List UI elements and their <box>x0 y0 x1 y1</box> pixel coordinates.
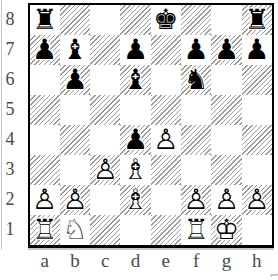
square-c7 <box>90 35 120 65</box>
piece-glyph: ♟ <box>30 35 60 65</box>
piece-glyph: ♟ <box>242 35 272 65</box>
square-d1 <box>120 215 150 245</box>
square-d8 <box>120 5 150 35</box>
chess-board: ♜♜♚♚♜♜♟♟♝♝♟♟♟♟♟♟♟♟♟♟♝♝♞♞♟♟♟♙♟♙♝♗♟♙♟♙♝♗♟♙… <box>28 3 274 248</box>
square-a7: ♟♟ <box>30 35 60 65</box>
piece-glyph: ♟ <box>181 35 211 65</box>
piece-glyph: ♗ <box>120 185 150 215</box>
square-f3 <box>181 155 211 185</box>
piece-glyph: ♔ <box>211 215 241 245</box>
piece-white-rook: ♜♖ <box>30 215 60 245</box>
piece-white-pawn: ♟♙ <box>90 155 120 185</box>
square-h1 <box>242 215 272 245</box>
piece-glyph: ♙ <box>60 185 90 215</box>
file-label-c: c <box>90 246 120 276</box>
file-label-d: d <box>120 246 150 276</box>
square-d6: ♝♝ <box>120 65 150 95</box>
piece-black-bishop: ♝♝ <box>60 35 90 65</box>
file-label-f: f <box>181 246 211 276</box>
file-label-g: g <box>211 246 241 276</box>
square-f1: ♜♖ <box>181 215 211 245</box>
piece-glyph: ♙ <box>151 125 181 155</box>
piece-white-pawn: ♟♙ <box>181 185 211 215</box>
square-e2 <box>151 185 181 215</box>
square-f5 <box>181 95 211 125</box>
square-h6 <box>242 65 272 95</box>
file-labels: abcdefgh <box>30 246 272 276</box>
piece-white-knight: ♞♘ <box>60 215 90 245</box>
piece-glyph: ♖ <box>181 215 211 245</box>
square-d7: ♟♟ <box>120 35 150 65</box>
piece-glyph: ♘ <box>60 215 90 245</box>
rank-label-5: 5 <box>0 95 26 125</box>
square-a3 <box>30 155 60 185</box>
square-g2: ♟♙ <box>211 185 241 215</box>
square-b8 <box>60 5 90 35</box>
piece-glyph: ♙ <box>181 185 211 215</box>
square-e8: ♚♚ <box>151 5 181 35</box>
piece-glyph: ♙ <box>211 185 241 215</box>
square-a1: ♜♖ <box>30 215 60 245</box>
piece-glyph: ♞ <box>181 65 211 95</box>
square-b6: ♟♟ <box>60 65 90 95</box>
square-c1 <box>90 215 120 245</box>
piece-glyph: ♚ <box>151 5 181 35</box>
piece-black-rook: ♜♜ <box>30 5 60 35</box>
piece-glyph: ♟ <box>211 35 241 65</box>
piece-white-rook: ♜♖ <box>181 215 211 245</box>
square-e4: ♟♙ <box>151 125 181 155</box>
square-h4 <box>242 125 272 155</box>
piece-glyph: ♟ <box>60 65 90 95</box>
square-d5 <box>120 95 150 125</box>
square-g3 <box>211 155 241 185</box>
file-label-b: b <box>60 246 90 276</box>
rank-label-6: 6 <box>0 65 26 95</box>
piece-glyph: ♙ <box>30 185 60 215</box>
square-h8: ♜♜ <box>242 5 272 35</box>
piece-black-pawn: ♟♟ <box>242 35 272 65</box>
piece-black-rook: ♜♜ <box>242 5 272 35</box>
piece-black-knight: ♞♞ <box>181 65 211 95</box>
piece-glyph: ♝ <box>120 65 150 95</box>
square-a8: ♜♜ <box>30 5 60 35</box>
square-g1: ♚♔ <box>211 215 241 245</box>
square-b3 <box>60 155 90 185</box>
square-e5 <box>151 95 181 125</box>
piece-white-bishop: ♝♗ <box>120 155 150 185</box>
chess-diagram-page: 87654321 ♜♜♚♚♜♜♟♟♝♝♟♟♟♟♟♟♟♟♟♟♝♝♞♞♟♟♟♙♟♙♝… <box>0 0 278 280</box>
square-h3 <box>242 155 272 185</box>
rank-label-7: 7 <box>0 35 26 65</box>
square-c8 <box>90 5 120 35</box>
square-g7: ♟♟ <box>211 35 241 65</box>
rank-label-2: 2 <box>0 185 26 215</box>
rank-label-3: 3 <box>0 155 26 185</box>
piece-glyph: ♙ <box>242 185 272 215</box>
square-f7: ♟♟ <box>181 35 211 65</box>
piece-glyph: ♖ <box>30 215 60 245</box>
piece-black-pawn: ♟♟ <box>181 35 211 65</box>
square-h7: ♟♟ <box>242 35 272 65</box>
rank-label-8: 8 <box>0 5 26 35</box>
square-d2: ♝♗ <box>120 185 150 215</box>
piece-glyph: ♜ <box>242 5 272 35</box>
square-e3 <box>151 155 181 185</box>
page-scan-corner-mark <box>270 273 278 276</box>
square-e7 <box>151 35 181 65</box>
file-label-e: e <box>151 246 181 276</box>
piece-black-bishop: ♝♝ <box>120 65 150 95</box>
piece-white-pawn: ♟♙ <box>211 185 241 215</box>
square-g8 <box>211 5 241 35</box>
square-h2: ♟♙ <box>242 185 272 215</box>
piece-black-pawn: ♟♟ <box>120 35 150 65</box>
square-b1: ♞♘ <box>60 215 90 245</box>
rank-label-4: 4 <box>0 125 26 155</box>
square-f8 <box>181 5 211 35</box>
square-e6 <box>151 65 181 95</box>
square-c3: ♟♙ <box>90 155 120 185</box>
square-a4 <box>30 125 60 155</box>
square-a2: ♟♙ <box>30 185 60 215</box>
piece-white-pawn: ♟♙ <box>242 185 272 215</box>
square-b4 <box>60 125 90 155</box>
square-f2: ♟♙ <box>181 185 211 215</box>
file-label-a: a <box>30 246 60 276</box>
piece-black-pawn: ♟♟ <box>211 35 241 65</box>
square-c4 <box>90 125 120 155</box>
rank-labels: 87654321 <box>0 5 26 245</box>
piece-glyph: ♟ <box>120 35 150 65</box>
square-g4 <box>211 125 241 155</box>
square-e1 <box>151 215 181 245</box>
piece-white-pawn: ♟♙ <box>30 185 60 215</box>
square-h5 <box>242 95 272 125</box>
square-g5 <box>211 95 241 125</box>
piece-white-pawn: ♟♙ <box>60 185 90 215</box>
square-f6: ♞♞ <box>181 65 211 95</box>
piece-white-bishop: ♝♗ <box>120 185 150 215</box>
square-g6 <box>211 65 241 95</box>
piece-black-pawn: ♟♟ <box>120 125 150 155</box>
square-b2: ♟♙ <box>60 185 90 215</box>
piece-black-pawn: ♟♟ <box>60 65 90 95</box>
square-b5 <box>60 95 90 125</box>
square-c5 <box>90 95 120 125</box>
piece-white-king: ♚♔ <box>211 215 241 245</box>
square-d4: ♟♟ <box>120 125 150 155</box>
rank-label-1: 1 <box>0 215 26 245</box>
piece-glyph: ♝ <box>60 35 90 65</box>
square-d3: ♝♗ <box>120 155 150 185</box>
piece-glyph: ♙ <box>90 155 120 185</box>
square-a6 <box>30 65 60 95</box>
square-f4 <box>181 125 211 155</box>
piece-white-pawn: ♟♙ <box>151 125 181 155</box>
square-c6 <box>90 65 120 95</box>
square-c2 <box>90 185 120 215</box>
square-a5 <box>30 95 60 125</box>
piece-glyph: ♟ <box>120 125 150 155</box>
file-label-h: h <box>242 246 272 276</box>
piece-black-pawn: ♟♟ <box>30 35 60 65</box>
piece-glyph: ♜ <box>30 5 60 35</box>
square-b7: ♝♝ <box>60 35 90 65</box>
piece-black-king: ♚♚ <box>151 5 181 35</box>
piece-glyph: ♗ <box>120 155 150 185</box>
